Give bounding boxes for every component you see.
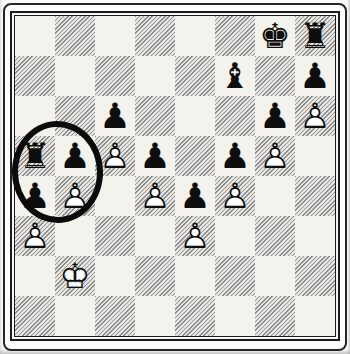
square-a1[interactable] <box>15 296 55 336</box>
square-a6[interactable] <box>15 96 55 136</box>
white-pawn-a3[interactable]: ♟♙ <box>15 216 55 256</box>
square-f3[interactable] <box>215 216 255 256</box>
piece-glyph: ♟ <box>219 139 250 174</box>
piece-glyph: ♟ <box>139 139 170 174</box>
square-e5[interactable] <box>175 136 215 176</box>
square-e4[interactable]: ♟ <box>175 176 215 216</box>
square-c5[interactable]: ♟♙ <box>95 136 135 176</box>
square-h3[interactable] <box>295 216 335 256</box>
square-h5[interactable] <box>295 136 335 176</box>
square-e8[interactable] <box>175 16 215 56</box>
square-d5[interactable]: ♟ <box>135 136 175 176</box>
square-a8[interactable] <box>15 16 55 56</box>
white-pawn-c5[interactable]: ♟♙ <box>95 136 135 176</box>
square-f4[interactable]: ♟♙ <box>215 176 255 216</box>
square-f7[interactable]: ♝ <box>215 56 255 96</box>
square-g5[interactable]: ♟♙ <box>255 136 295 176</box>
piece-glyph: ♙ <box>259 139 290 174</box>
square-b4[interactable]: ♟♙ <box>55 176 95 216</box>
square-c1[interactable] <box>95 296 135 336</box>
square-b5[interactable]: ♟ <box>55 136 95 176</box>
piece-glyph: ♙ <box>219 179 250 214</box>
square-c7[interactable] <box>95 56 135 96</box>
white-pawn-d4[interactable]: ♟♙ <box>135 176 175 216</box>
square-a5[interactable]: ♜ <box>15 136 55 176</box>
square-b3[interactable] <box>55 216 95 256</box>
board-frame: ♚♜♝♟♟♟♟♙♜♟♟♙♟♟♟♙♟♟♙♟♙♟♟♙♟♙♟♙♚♔ <box>10 11 340 341</box>
piece-glyph: ♟ <box>179 179 210 214</box>
square-d8[interactable] <box>135 16 175 56</box>
square-h6[interactable]: ♟♙ <box>295 96 335 136</box>
black-rook-h8[interactable]: ♜ <box>295 16 335 56</box>
square-h1[interactable] <box>295 296 335 336</box>
square-e6[interactable] <box>175 96 215 136</box>
square-h4[interactable] <box>295 176 335 216</box>
square-g1[interactable] <box>255 296 295 336</box>
piece-glyph: ♝ <box>219 59 250 94</box>
piece-glyph: ♔ <box>59 259 90 294</box>
square-h2[interactable] <box>295 256 335 296</box>
square-b8[interactable] <box>55 16 95 56</box>
board-inner-frame: ♚♜♝♟♟♟♟♙♜♟♟♙♟♟♟♙♟♟♙♟♙♟♟♙♟♙♟♙♚♔ <box>14 15 336 337</box>
piece-glyph: ♜ <box>299 19 330 54</box>
chess-board: ♚♜♝♟♟♟♟♙♜♟♟♙♟♟♟♙♟♟♙♟♙♟♟♙♟♙♟♙♚♔ <box>15 16 335 336</box>
piece-glyph: ♜ <box>19 139 50 174</box>
black-king-g8[interactable]: ♚ <box>255 16 295 56</box>
piece-glyph: ♟ <box>19 179 50 214</box>
square-c8[interactable] <box>95 16 135 56</box>
square-f2[interactable] <box>215 256 255 296</box>
black-pawn-c6[interactable]: ♟ <box>95 96 135 136</box>
square-g7[interactable] <box>255 56 295 96</box>
square-c2[interactable] <box>95 256 135 296</box>
black-pawn-b5[interactable]: ♟ <box>55 136 95 176</box>
square-a2[interactable] <box>15 256 55 296</box>
white-pawn-g5[interactable]: ♟♙ <box>255 136 295 176</box>
square-f1[interactable] <box>215 296 255 336</box>
square-h7[interactable]: ♟ <box>295 56 335 96</box>
piece-glyph: ♟ <box>259 99 290 134</box>
square-f8[interactable] <box>215 16 255 56</box>
black-bishop-f7[interactable]: ♝ <box>215 56 255 96</box>
square-g4[interactable] <box>255 176 295 216</box>
piece-glyph: ♟ <box>299 59 330 94</box>
square-d4[interactable]: ♟♙ <box>135 176 175 216</box>
square-b7[interactable] <box>55 56 95 96</box>
square-a7[interactable] <box>15 56 55 96</box>
square-d1[interactable] <box>135 296 175 336</box>
scanned-diagram-page: ♚♜♝♟♟♟♟♙♜♟♟♙♟♟♟♙♟♟♙♟♙♟♟♙♟♙♟♙♚♔ <box>0 0 350 354</box>
square-c4[interactable] <box>95 176 135 216</box>
white-pawn-b4[interactable]: ♟♙ <box>55 176 95 216</box>
piece-glyph: ♙ <box>139 179 170 214</box>
piece-glyph: ♚ <box>259 19 290 54</box>
square-b2[interactable]: ♚♔ <box>55 256 95 296</box>
square-e3[interactable]: ♟♙ <box>175 216 215 256</box>
square-c3[interactable] <box>95 216 135 256</box>
piece-glyph: ♙ <box>59 179 90 214</box>
piece-glyph: ♟ <box>59 139 90 174</box>
black-pawn-f5[interactable]: ♟ <box>215 136 255 176</box>
square-f6[interactable] <box>215 96 255 136</box>
square-f5[interactable]: ♟ <box>215 136 255 176</box>
piece-glyph: ♙ <box>99 139 130 174</box>
square-d2[interactable] <box>135 256 175 296</box>
piece-glyph: ♙ <box>299 99 330 134</box>
square-b6[interactable] <box>55 96 95 136</box>
square-g6[interactable]: ♟ <box>255 96 295 136</box>
square-a4[interactable]: ♟ <box>15 176 55 216</box>
black-pawn-d5[interactable]: ♟ <box>135 136 175 176</box>
black-pawn-a4[interactable]: ♟ <box>15 176 55 216</box>
black-rook-a5[interactable]: ♜ <box>15 136 55 176</box>
piece-glyph: ♙ <box>179 219 210 254</box>
black-pawn-h7[interactable]: ♟ <box>295 56 335 96</box>
square-g8[interactable]: ♚ <box>255 16 295 56</box>
black-pawn-e4[interactable]: ♟ <box>175 176 215 216</box>
black-pawn-g6[interactable]: ♟ <box>255 96 295 136</box>
piece-glyph: ♟ <box>99 99 130 134</box>
square-d3[interactable] <box>135 216 175 256</box>
square-a3[interactable]: ♟♙ <box>15 216 55 256</box>
square-c6[interactable]: ♟ <box>95 96 135 136</box>
square-h8[interactable]: ♜ <box>295 16 335 56</box>
white-pawn-e3[interactable]: ♟♙ <box>175 216 215 256</box>
square-g2[interactable] <box>255 256 295 296</box>
square-b1[interactable] <box>55 296 95 336</box>
square-e2[interactable] <box>175 256 215 296</box>
white-pawn-f4[interactable]: ♟♙ <box>215 176 255 216</box>
square-e1[interactable] <box>175 296 215 336</box>
square-g3[interactable] <box>255 216 295 256</box>
square-e7[interactable] <box>175 56 215 96</box>
square-d6[interactable] <box>135 96 175 136</box>
white-king-b2[interactable]: ♚♔ <box>55 256 95 296</box>
square-d7[interactable] <box>135 56 175 96</box>
piece-glyph: ♙ <box>19 219 50 254</box>
white-pawn-h6[interactable]: ♟♙ <box>295 96 335 136</box>
